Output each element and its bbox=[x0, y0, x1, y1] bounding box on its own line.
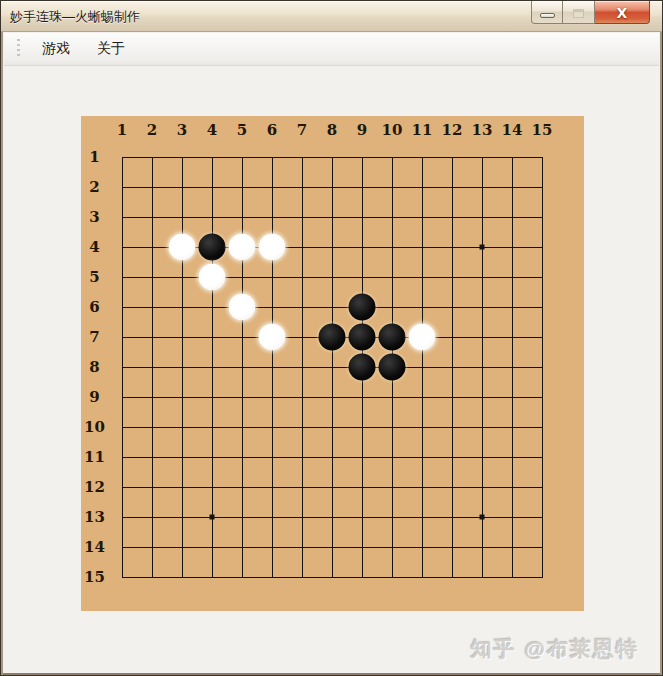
row-label: 3 bbox=[81, 207, 108, 227]
stone-black bbox=[349, 354, 376, 381]
row-label: 5 bbox=[81, 267, 108, 287]
col-label: 9 bbox=[347, 120, 377, 140]
stone-white bbox=[259, 324, 286, 351]
star-point bbox=[480, 245, 485, 250]
stone-black bbox=[319, 324, 346, 351]
row-label: 11 bbox=[81, 447, 108, 467]
col-label: 2 bbox=[137, 120, 167, 140]
row-label: 13 bbox=[81, 507, 108, 527]
col-label: 8 bbox=[317, 120, 347, 140]
col-label: 1 bbox=[107, 120, 137, 140]
row-label: 1 bbox=[81, 147, 108, 167]
col-label: 5 bbox=[227, 120, 257, 140]
star-point bbox=[210, 515, 215, 520]
row-label: 7 bbox=[81, 327, 108, 347]
col-label: 11 bbox=[407, 120, 437, 140]
col-label: 14 bbox=[497, 120, 527, 140]
stone-black bbox=[199, 234, 226, 261]
titlebar[interactable]: 妙手连珠—火蜥蜴制作 X bbox=[1, 1, 662, 32]
col-label: 15 bbox=[527, 120, 557, 140]
stone-black bbox=[379, 324, 406, 351]
col-label: 13 bbox=[467, 120, 497, 140]
close-icon: X bbox=[617, 5, 628, 21]
row-label: 2 bbox=[81, 177, 108, 197]
app-window: 妙手连珠—火蜥蜴制作 X 游戏 关于 123456789101112131415… bbox=[0, 0, 663, 676]
minimize-icon bbox=[540, 13, 555, 18]
col-label: 12 bbox=[437, 120, 467, 140]
maximize-button bbox=[563, 1, 595, 24]
stone-black bbox=[349, 294, 376, 321]
stone-black bbox=[379, 354, 406, 381]
stone-white bbox=[169, 234, 196, 261]
window-controls: X bbox=[531, 1, 650, 24]
stone-white bbox=[259, 234, 286, 261]
row-label: 12 bbox=[81, 477, 108, 497]
menu-item-game[interactable]: 游戏 bbox=[31, 35, 81, 63]
menubar: 游戏 关于 bbox=[4, 33, 659, 66]
col-label: 7 bbox=[287, 120, 317, 140]
row-label: 6 bbox=[81, 297, 108, 317]
stone-white bbox=[229, 234, 256, 261]
row-label: 10 bbox=[81, 417, 108, 437]
minimize-button[interactable] bbox=[531, 1, 563, 24]
maximize-icon bbox=[573, 9, 584, 18]
col-label: 4 bbox=[197, 120, 227, 140]
col-label: 6 bbox=[257, 120, 287, 140]
row-label: 15 bbox=[81, 567, 108, 587]
row-label: 8 bbox=[81, 357, 108, 377]
star-point bbox=[480, 515, 485, 520]
row-label: 4 bbox=[81, 237, 108, 257]
menu-item-about[interactable]: 关于 bbox=[86, 35, 136, 63]
close-button[interactable]: X bbox=[595, 1, 650, 24]
stone-black bbox=[349, 324, 376, 351]
col-label: 10 bbox=[377, 120, 407, 140]
gomoku-board: 123456789101112131415 123456789101112131… bbox=[81, 116, 584, 611]
stone-white bbox=[199, 264, 226, 291]
row-label: 9 bbox=[81, 387, 108, 407]
window-title: 妙手连珠—火蜥蜴制作 bbox=[10, 8, 140, 26]
watermark: 知乎 @布莱恩特 bbox=[471, 635, 639, 663]
stone-white bbox=[229, 294, 256, 321]
stone-white bbox=[409, 324, 436, 351]
col-label: 3 bbox=[167, 120, 197, 140]
toolbar-gripper-icon[interactable] bbox=[17, 39, 20, 59]
row-label: 14 bbox=[81, 537, 108, 557]
client-area: 123456789101112131415 123456789101112131… bbox=[4, 66, 659, 673]
